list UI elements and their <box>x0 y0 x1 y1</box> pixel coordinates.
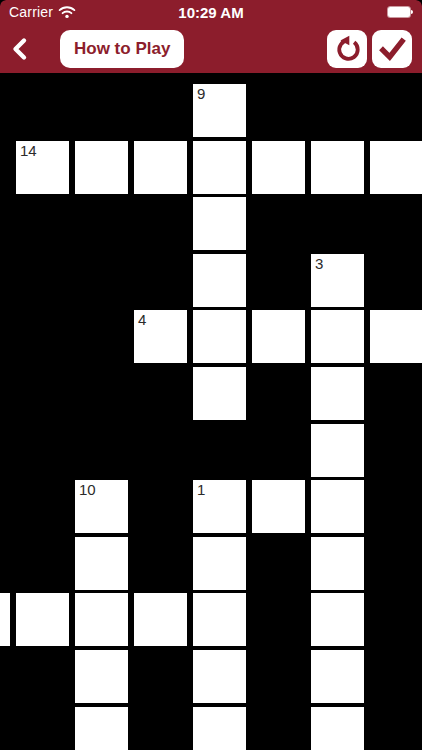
undo-icon <box>334 35 361 62</box>
cell-r5-c4[interactable] <box>193 367 246 420</box>
cell-r1-c7[interactable] <box>370 141 422 194</box>
status-right <box>388 7 414 17</box>
cell-r4-c7[interactable] <box>370 310 422 363</box>
cell-r2-c4[interactable] <box>193 197 246 250</box>
cell-r9-c4[interactable] <box>193 593 246 646</box>
crossword-board: 91434101 <box>0 73 422 750</box>
undo-button[interactable] <box>327 30 367 68</box>
cell-r1-c3[interactable] <box>134 141 187 194</box>
clue-number-14: 14 <box>20 142 37 159</box>
status-bar: Carrier 10:29 AM <box>0 0 422 24</box>
chevron-left-icon <box>10 37 30 61</box>
clue-number-10: 10 <box>79 481 96 498</box>
check-icon <box>379 35 406 62</box>
cell-r1-c2[interactable] <box>75 141 128 194</box>
status-left: Carrier <box>9 4 76 20</box>
cell-r5-c6[interactable] <box>311 367 364 420</box>
cell-r1-c4[interactable] <box>193 141 246 194</box>
cell-r4-c6[interactable] <box>311 310 364 363</box>
clue-number-1: 1 <box>197 481 205 498</box>
carrier-label: Carrier <box>9 4 53 20</box>
cell-r1-c1[interactable]: 14 <box>16 141 69 194</box>
nav-bar: How to Play <box>0 24 422 73</box>
cell-r10-c4[interactable] <box>193 650 246 703</box>
cell-r9-c3[interactable] <box>134 593 187 646</box>
cell-r9-c6[interactable] <box>311 593 364 646</box>
cell-r7-c2[interactable]: 10 <box>75 480 128 533</box>
cell-r9-c2[interactable] <box>75 593 128 646</box>
cell-r4-c4[interactable] <box>193 310 246 363</box>
cell-r8-c6[interactable] <box>311 537 364 590</box>
cell-r8-c2[interactable] <box>75 537 128 590</box>
clue-number-3: 3 <box>315 255 323 272</box>
cell-r9-c1[interactable] <box>16 593 69 646</box>
cell-r7-c5[interactable] <box>252 480 305 533</box>
nav-right-buttons <box>327 30 412 68</box>
cell-r7-c6[interactable] <box>311 480 364 533</box>
clue-number-4: 4 <box>138 311 146 328</box>
cell-r8-c4[interactable] <box>193 537 246 590</box>
crossword-grid: 91434101 <box>0 84 422 750</box>
cell-r0-c4[interactable]: 9 <box>193 84 246 137</box>
header: Carrier 10:29 AM <box>0 0 422 73</box>
check-button[interactable] <box>372 30 412 68</box>
how-to-play-button[interactable]: How to Play <box>60 30 184 68</box>
back-button[interactable] <box>10 30 38 68</box>
clue-number-9: 9 <box>197 85 205 102</box>
battery-icon <box>388 7 414 17</box>
wifi-icon <box>58 5 76 19</box>
cell-r11-c4[interactable] <box>193 707 246 750</box>
cell-r1-c6[interactable] <box>311 141 364 194</box>
cell-r11-c6[interactable] <box>311 707 364 750</box>
cell-r7-c4[interactable]: 1 <box>193 480 246 533</box>
cell-r11-c2[interactable] <box>75 707 128 750</box>
cell-r10-c6[interactable] <box>311 650 364 703</box>
cell-r1-c5[interactable] <box>252 141 305 194</box>
cell-r10-c2[interactable] <box>75 650 128 703</box>
cell-r4-c5[interactable] <box>252 310 305 363</box>
cell-r6-c6[interactable] <box>311 424 364 477</box>
cell-r3-c4[interactable] <box>193 254 246 307</box>
cell-r9-c0[interactable] <box>0 593 10 646</box>
cell-r4-c3[interactable]: 4 <box>134 310 187 363</box>
cell-r3-c6[interactable]: 3 <box>311 254 364 307</box>
app-screen: Carrier 10:29 AM <box>0 0 422 750</box>
